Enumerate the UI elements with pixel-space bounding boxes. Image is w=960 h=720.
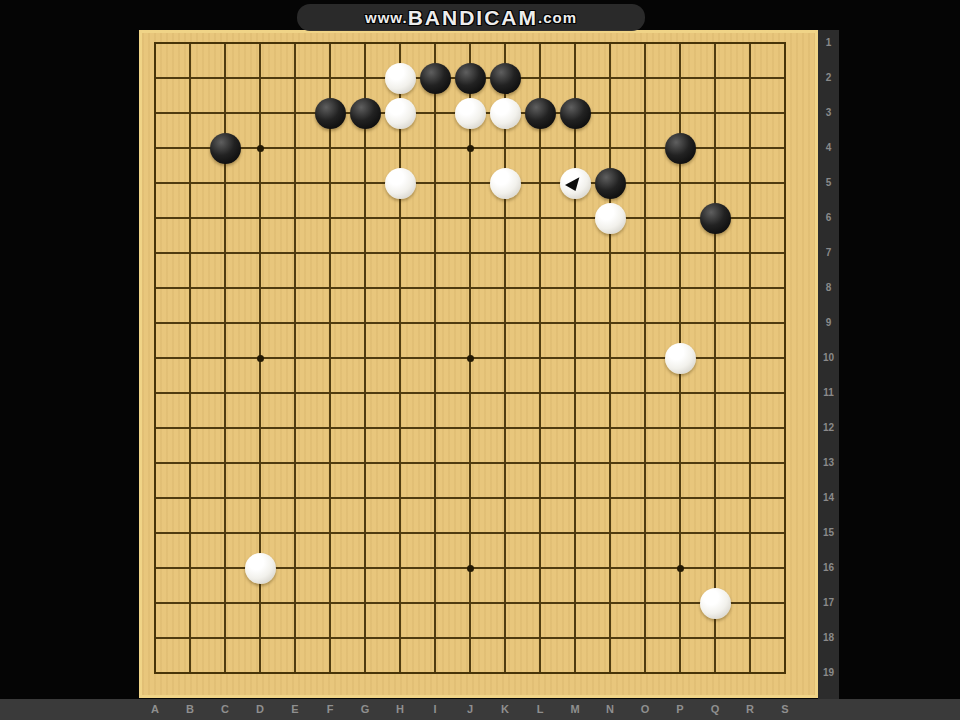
- row-labels-bar: 12345678910111213141516171819: [818, 30, 839, 699]
- white-stone: [700, 588, 731, 619]
- column-labels-bar: ABCDEFGHIJKLMNOPQRS: [0, 699, 960, 720]
- row-label: 7: [818, 247, 839, 258]
- row-label: 19: [818, 667, 839, 678]
- row-label: 16: [818, 562, 839, 573]
- column-label: K: [493, 703, 517, 715]
- row-label: 8: [818, 282, 839, 293]
- column-label: G: [353, 703, 377, 715]
- white-stone: [665, 343, 696, 374]
- row-label: 14: [818, 492, 839, 503]
- column-label: Q: [703, 703, 727, 715]
- row-label: 15: [818, 527, 839, 538]
- watermark-prefix: www.: [365, 9, 408, 26]
- black-stone: [455, 63, 486, 94]
- column-label: D: [248, 703, 272, 715]
- column-label: L: [528, 703, 552, 715]
- column-label: R: [738, 703, 762, 715]
- white-stone: [385, 63, 416, 94]
- column-label: P: [668, 703, 692, 715]
- row-label: 17: [818, 597, 839, 608]
- row-label: 6: [818, 212, 839, 223]
- black-stone: [595, 168, 626, 199]
- column-label: B: [178, 703, 202, 715]
- black-stone: [665, 133, 696, 164]
- white-stone: [595, 203, 626, 234]
- stones-layer: [138, 26, 803, 691]
- black-stone: [490, 63, 521, 94]
- column-label: C: [213, 703, 237, 715]
- row-label: 18: [818, 632, 839, 643]
- row-label: 11: [818, 387, 839, 398]
- watermark-brand: BANDICAM: [408, 6, 538, 30]
- white-stone: [560, 168, 591, 199]
- row-label: 2: [818, 72, 839, 83]
- black-stone: [525, 98, 556, 129]
- white-stone: [490, 168, 521, 199]
- row-label: 5: [818, 177, 839, 188]
- watermark-suffix: .com: [538, 9, 577, 26]
- black-stone: [420, 63, 451, 94]
- row-label: 1: [818, 37, 839, 48]
- column-label: F: [318, 703, 342, 715]
- column-label: N: [598, 703, 622, 715]
- row-label: 10: [818, 352, 839, 363]
- row-label: 9: [818, 317, 839, 328]
- black-stone: [560, 98, 591, 129]
- column-label: O: [633, 703, 657, 715]
- black-stone: [210, 133, 241, 164]
- black-stone: [350, 98, 381, 129]
- last-move-triangle-marker: [565, 176, 580, 191]
- row-label: 12: [818, 422, 839, 433]
- column-label: H: [388, 703, 412, 715]
- screen: ABCDEFGHIJKLMNOPQRS 12345678910111213141…: [0, 0, 960, 720]
- white-stone: [385, 98, 416, 129]
- black-stone: [315, 98, 346, 129]
- column-label: E: [283, 703, 307, 715]
- row-label: 4: [818, 142, 839, 153]
- white-stone: [490, 98, 521, 129]
- black-stone: [700, 203, 731, 234]
- column-label: M: [563, 703, 587, 715]
- white-stone: [245, 553, 276, 584]
- column-label: I: [423, 703, 447, 715]
- row-label: 3: [818, 107, 839, 118]
- column-label: A: [143, 703, 167, 715]
- column-label: J: [458, 703, 482, 715]
- white-stone: [385, 168, 416, 199]
- row-label: 13: [818, 457, 839, 468]
- white-stone: [455, 98, 486, 129]
- bandicam-watermark: www. BANDICAM .com: [297, 4, 645, 31]
- column-label: S: [773, 703, 797, 715]
